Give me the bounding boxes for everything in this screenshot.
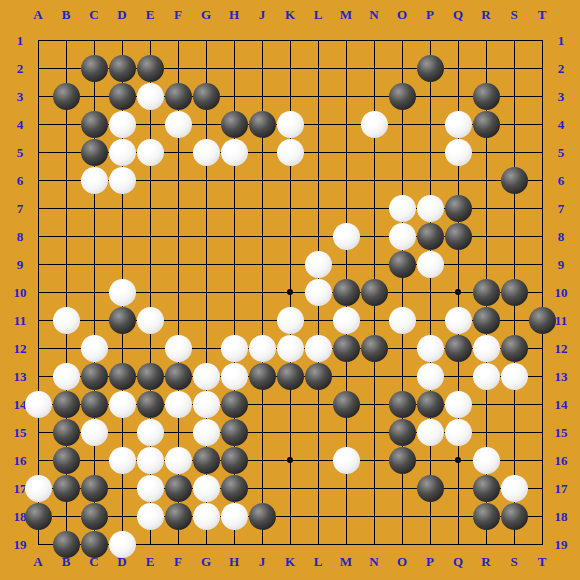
point-P15[interactable] [416, 418, 444, 446]
point-D2[interactable] [108, 54, 136, 82]
point-N1[interactable] [360, 26, 388, 54]
point-C15[interactable] [80, 418, 108, 446]
point-O7[interactable] [388, 194, 416, 222]
point-R6[interactable] [472, 166, 500, 194]
point-L14[interactable] [304, 390, 332, 418]
point-K11[interactable] [276, 306, 304, 334]
point-K15[interactable] [276, 418, 304, 446]
point-T8[interactable] [528, 222, 556, 250]
point-R10[interactable] [472, 278, 500, 306]
point-S1[interactable] [500, 26, 528, 54]
point-D8[interactable] [108, 222, 136, 250]
point-J9[interactable] [248, 250, 276, 278]
point-M3[interactable] [332, 82, 360, 110]
point-T9[interactable] [528, 250, 556, 278]
point-S12[interactable] [500, 334, 528, 362]
point-E7[interactable] [136, 194, 164, 222]
point-L12[interactable] [304, 334, 332, 362]
point-H14[interactable] [220, 390, 248, 418]
point-O3[interactable] [388, 82, 416, 110]
point-B11[interactable] [52, 306, 80, 334]
point-F1[interactable] [164, 26, 192, 54]
point-M1[interactable] [332, 26, 360, 54]
point-J12[interactable] [248, 334, 276, 362]
point-T15[interactable] [528, 418, 556, 446]
point-L18[interactable] [304, 502, 332, 530]
point-Q7[interactable] [444, 194, 472, 222]
point-F14[interactable] [164, 390, 192, 418]
point-B4[interactable] [52, 110, 80, 138]
point-B3[interactable] [52, 82, 80, 110]
point-O12[interactable] [388, 334, 416, 362]
point-K4[interactable] [276, 110, 304, 138]
point-B2[interactable] [52, 54, 80, 82]
point-Q10[interactable] [444, 278, 472, 306]
point-A12[interactable] [24, 334, 52, 362]
point-L10[interactable] [304, 278, 332, 306]
point-A19[interactable] [24, 530, 52, 558]
point-S3[interactable] [500, 82, 528, 110]
point-N3[interactable] [360, 82, 388, 110]
point-K7[interactable] [276, 194, 304, 222]
point-N16[interactable] [360, 446, 388, 474]
point-T12[interactable] [528, 334, 556, 362]
point-E4[interactable] [136, 110, 164, 138]
point-N8[interactable] [360, 222, 388, 250]
point-O14[interactable] [388, 390, 416, 418]
point-N13[interactable] [360, 362, 388, 390]
point-R4[interactable] [472, 110, 500, 138]
point-E3[interactable] [136, 82, 164, 110]
point-E17[interactable] [136, 474, 164, 502]
point-P12[interactable] [416, 334, 444, 362]
point-C7[interactable] [80, 194, 108, 222]
point-A6[interactable] [24, 166, 52, 194]
point-H2[interactable] [220, 54, 248, 82]
point-J3[interactable] [248, 82, 276, 110]
point-Q1[interactable] [444, 26, 472, 54]
point-P7[interactable] [416, 194, 444, 222]
point-G16[interactable] [192, 446, 220, 474]
point-Q5[interactable] [444, 138, 472, 166]
point-H17[interactable] [220, 474, 248, 502]
point-F12[interactable] [164, 334, 192, 362]
point-K12[interactable] [276, 334, 304, 362]
point-O6[interactable] [388, 166, 416, 194]
point-M7[interactable] [332, 194, 360, 222]
point-R13[interactable] [472, 362, 500, 390]
point-B14[interactable] [52, 390, 80, 418]
point-L5[interactable] [304, 138, 332, 166]
point-O10[interactable] [388, 278, 416, 306]
point-F19[interactable] [164, 530, 192, 558]
point-A13[interactable] [24, 362, 52, 390]
point-S5[interactable] [500, 138, 528, 166]
point-L11[interactable] [304, 306, 332, 334]
point-H19[interactable] [220, 530, 248, 558]
point-L19[interactable] [304, 530, 332, 558]
point-G3[interactable] [192, 82, 220, 110]
point-H8[interactable] [220, 222, 248, 250]
point-F11[interactable] [164, 306, 192, 334]
point-G15[interactable] [192, 418, 220, 446]
point-R11[interactable] [472, 306, 500, 334]
point-K16[interactable] [276, 446, 304, 474]
point-F2[interactable] [164, 54, 192, 82]
point-Q17[interactable] [444, 474, 472, 502]
point-B18[interactable] [52, 502, 80, 530]
point-A1[interactable] [24, 26, 52, 54]
point-E10[interactable] [136, 278, 164, 306]
point-H3[interactable] [220, 82, 248, 110]
point-J1[interactable] [248, 26, 276, 54]
point-D13[interactable] [108, 362, 136, 390]
point-T10[interactable] [528, 278, 556, 306]
point-N19[interactable] [360, 530, 388, 558]
point-L17[interactable] [304, 474, 332, 502]
point-E16[interactable] [136, 446, 164, 474]
point-A2[interactable] [24, 54, 52, 82]
point-G13[interactable] [192, 362, 220, 390]
point-T6[interactable] [528, 166, 556, 194]
point-A10[interactable] [24, 278, 52, 306]
point-D14[interactable] [108, 390, 136, 418]
point-D11[interactable] [108, 306, 136, 334]
point-F16[interactable] [164, 446, 192, 474]
point-A18[interactable] [24, 502, 52, 530]
point-K1[interactable] [276, 26, 304, 54]
point-J17[interactable] [248, 474, 276, 502]
point-R7[interactable] [472, 194, 500, 222]
point-S16[interactable] [500, 446, 528, 474]
point-K8[interactable] [276, 222, 304, 250]
point-P1[interactable] [416, 26, 444, 54]
point-N12[interactable] [360, 334, 388, 362]
point-O1[interactable] [388, 26, 416, 54]
point-Q6[interactable] [444, 166, 472, 194]
point-F10[interactable] [164, 278, 192, 306]
point-P3[interactable] [416, 82, 444, 110]
point-C1[interactable] [80, 26, 108, 54]
point-J13[interactable] [248, 362, 276, 390]
point-G8[interactable] [192, 222, 220, 250]
point-Q19[interactable] [444, 530, 472, 558]
point-R8[interactable] [472, 222, 500, 250]
point-L13[interactable] [304, 362, 332, 390]
point-C11[interactable] [80, 306, 108, 334]
point-G19[interactable] [192, 530, 220, 558]
point-R19[interactable] [472, 530, 500, 558]
point-S11[interactable] [500, 306, 528, 334]
point-M14[interactable] [332, 390, 360, 418]
point-G6[interactable] [192, 166, 220, 194]
point-H18[interactable] [220, 502, 248, 530]
point-B19[interactable] [52, 530, 80, 558]
point-Q14[interactable] [444, 390, 472, 418]
point-N11[interactable] [360, 306, 388, 334]
point-M9[interactable] [332, 250, 360, 278]
point-G2[interactable] [192, 54, 220, 82]
point-H13[interactable] [220, 362, 248, 390]
point-K3[interactable] [276, 82, 304, 110]
point-B16[interactable] [52, 446, 80, 474]
point-O19[interactable] [388, 530, 416, 558]
point-P13[interactable] [416, 362, 444, 390]
point-F18[interactable] [164, 502, 192, 530]
point-A15[interactable] [24, 418, 52, 446]
point-B7[interactable] [52, 194, 80, 222]
point-D18[interactable] [108, 502, 136, 530]
point-M10[interactable] [332, 278, 360, 306]
point-G10[interactable] [192, 278, 220, 306]
point-F4[interactable] [164, 110, 192, 138]
point-G4[interactable] [192, 110, 220, 138]
point-H12[interactable] [220, 334, 248, 362]
point-T11[interactable] [528, 306, 556, 334]
point-F8[interactable] [164, 222, 192, 250]
point-R9[interactable] [472, 250, 500, 278]
point-J14[interactable] [248, 390, 276, 418]
point-K19[interactable] [276, 530, 304, 558]
point-M15[interactable] [332, 418, 360, 446]
point-L9[interactable] [304, 250, 332, 278]
point-A8[interactable] [24, 222, 52, 250]
point-S6[interactable] [500, 166, 528, 194]
point-P4[interactable] [416, 110, 444, 138]
point-C16[interactable] [80, 446, 108, 474]
point-C3[interactable] [80, 82, 108, 110]
point-S13[interactable] [500, 362, 528, 390]
point-S19[interactable] [500, 530, 528, 558]
point-N4[interactable] [360, 110, 388, 138]
point-D15[interactable] [108, 418, 136, 446]
point-L16[interactable] [304, 446, 332, 474]
point-J10[interactable] [248, 278, 276, 306]
point-B10[interactable] [52, 278, 80, 306]
point-N6[interactable] [360, 166, 388, 194]
point-A3[interactable] [24, 82, 52, 110]
point-C12[interactable] [80, 334, 108, 362]
point-S18[interactable] [500, 502, 528, 530]
point-B6[interactable] [52, 166, 80, 194]
point-M6[interactable] [332, 166, 360, 194]
point-O17[interactable] [388, 474, 416, 502]
point-L1[interactable] [304, 26, 332, 54]
point-J18[interactable] [248, 502, 276, 530]
point-B13[interactable] [52, 362, 80, 390]
point-E5[interactable] [136, 138, 164, 166]
point-P6[interactable] [416, 166, 444, 194]
point-F3[interactable] [164, 82, 192, 110]
point-E2[interactable] [136, 54, 164, 82]
point-O13[interactable] [388, 362, 416, 390]
point-G17[interactable] [192, 474, 220, 502]
point-M16[interactable] [332, 446, 360, 474]
point-Q15[interactable] [444, 418, 472, 446]
point-D12[interactable] [108, 334, 136, 362]
point-E12[interactable] [136, 334, 164, 362]
point-E15[interactable] [136, 418, 164, 446]
point-G14[interactable] [192, 390, 220, 418]
point-L4[interactable] [304, 110, 332, 138]
point-R17[interactable] [472, 474, 500, 502]
point-C18[interactable] [80, 502, 108, 530]
point-T13[interactable] [528, 362, 556, 390]
point-K17[interactable] [276, 474, 304, 502]
point-H15[interactable] [220, 418, 248, 446]
point-T1[interactable] [528, 26, 556, 54]
point-G5[interactable] [192, 138, 220, 166]
point-T2[interactable] [528, 54, 556, 82]
point-L3[interactable] [304, 82, 332, 110]
point-S2[interactable] [500, 54, 528, 82]
point-L8[interactable] [304, 222, 332, 250]
point-C13[interactable] [80, 362, 108, 390]
point-J4[interactable] [248, 110, 276, 138]
point-G1[interactable] [192, 26, 220, 54]
point-T7[interactable] [528, 194, 556, 222]
point-N15[interactable] [360, 418, 388, 446]
point-L7[interactable] [304, 194, 332, 222]
point-G18[interactable] [192, 502, 220, 530]
point-D17[interactable] [108, 474, 136, 502]
point-R1[interactable] [472, 26, 500, 54]
point-Q9[interactable] [444, 250, 472, 278]
point-J8[interactable] [248, 222, 276, 250]
point-C2[interactable] [80, 54, 108, 82]
point-Q2[interactable] [444, 54, 472, 82]
point-C17[interactable] [80, 474, 108, 502]
point-E8[interactable] [136, 222, 164, 250]
point-T14[interactable] [528, 390, 556, 418]
point-P18[interactable] [416, 502, 444, 530]
point-S17[interactable] [500, 474, 528, 502]
point-Q12[interactable] [444, 334, 472, 362]
point-G11[interactable] [192, 306, 220, 334]
point-A14[interactable] [24, 390, 52, 418]
point-T19[interactable] [528, 530, 556, 558]
point-A11[interactable] [24, 306, 52, 334]
point-M13[interactable] [332, 362, 360, 390]
point-O5[interactable] [388, 138, 416, 166]
point-R14[interactable] [472, 390, 500, 418]
point-Q13[interactable] [444, 362, 472, 390]
point-S14[interactable] [500, 390, 528, 418]
point-J19[interactable] [248, 530, 276, 558]
point-P10[interactable] [416, 278, 444, 306]
point-F13[interactable] [164, 362, 192, 390]
point-J2[interactable] [248, 54, 276, 82]
point-O11[interactable] [388, 306, 416, 334]
point-K10[interactable] [276, 278, 304, 306]
point-A17[interactable] [24, 474, 52, 502]
point-N10[interactable] [360, 278, 388, 306]
point-R2[interactable] [472, 54, 500, 82]
point-M19[interactable] [332, 530, 360, 558]
point-P16[interactable] [416, 446, 444, 474]
point-S9[interactable] [500, 250, 528, 278]
point-B5[interactable] [52, 138, 80, 166]
point-B17[interactable] [52, 474, 80, 502]
point-O9[interactable] [388, 250, 416, 278]
point-R18[interactable] [472, 502, 500, 530]
point-Q16[interactable] [444, 446, 472, 474]
point-Q8[interactable] [444, 222, 472, 250]
point-D19[interactable] [108, 530, 136, 558]
point-C10[interactable] [80, 278, 108, 306]
point-H11[interactable] [220, 306, 248, 334]
point-O18[interactable] [388, 502, 416, 530]
point-D16[interactable] [108, 446, 136, 474]
point-F15[interactable] [164, 418, 192, 446]
point-H6[interactable] [220, 166, 248, 194]
point-M4[interactable] [332, 110, 360, 138]
point-D9[interactable] [108, 250, 136, 278]
point-E9[interactable] [136, 250, 164, 278]
point-J6[interactable] [248, 166, 276, 194]
point-N14[interactable] [360, 390, 388, 418]
point-R15[interactable] [472, 418, 500, 446]
point-O4[interactable] [388, 110, 416, 138]
point-D3[interactable] [108, 82, 136, 110]
point-A16[interactable] [24, 446, 52, 474]
point-A7[interactable] [24, 194, 52, 222]
point-K13[interactable] [276, 362, 304, 390]
point-N2[interactable] [360, 54, 388, 82]
point-F17[interactable] [164, 474, 192, 502]
point-L2[interactable] [304, 54, 332, 82]
point-M17[interactable] [332, 474, 360, 502]
point-M8[interactable] [332, 222, 360, 250]
point-R3[interactable] [472, 82, 500, 110]
point-K9[interactable] [276, 250, 304, 278]
point-O16[interactable] [388, 446, 416, 474]
point-C9[interactable] [80, 250, 108, 278]
point-C8[interactable] [80, 222, 108, 250]
point-G9[interactable] [192, 250, 220, 278]
point-S8[interactable] [500, 222, 528, 250]
point-C19[interactable] [80, 530, 108, 558]
point-H4[interactable] [220, 110, 248, 138]
point-T5[interactable] [528, 138, 556, 166]
point-K18[interactable] [276, 502, 304, 530]
point-P14[interactable] [416, 390, 444, 418]
point-J5[interactable] [248, 138, 276, 166]
point-P17[interactable] [416, 474, 444, 502]
point-N9[interactable] [360, 250, 388, 278]
point-F6[interactable] [164, 166, 192, 194]
point-S10[interactable] [500, 278, 528, 306]
point-H10[interactable] [220, 278, 248, 306]
point-H9[interactable] [220, 250, 248, 278]
point-D4[interactable] [108, 110, 136, 138]
point-A9[interactable] [24, 250, 52, 278]
point-R16[interactable] [472, 446, 500, 474]
point-B1[interactable] [52, 26, 80, 54]
point-C14[interactable] [80, 390, 108, 418]
point-F7[interactable] [164, 194, 192, 222]
point-B12[interactable] [52, 334, 80, 362]
point-S4[interactable] [500, 110, 528, 138]
point-P2[interactable] [416, 54, 444, 82]
point-N18[interactable] [360, 502, 388, 530]
point-P11[interactable] [416, 306, 444, 334]
point-E6[interactable] [136, 166, 164, 194]
point-A5[interactable] [24, 138, 52, 166]
point-F9[interactable] [164, 250, 192, 278]
point-M11[interactable] [332, 306, 360, 334]
point-E18[interactable] [136, 502, 164, 530]
